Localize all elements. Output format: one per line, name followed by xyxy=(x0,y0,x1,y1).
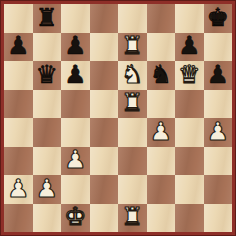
square-d7[interactable] xyxy=(90,33,119,62)
square-f3[interactable] xyxy=(147,147,176,176)
square-b1[interactable] xyxy=(33,204,62,233)
piece-white-pawn-a2[interactable]: ♟ xyxy=(7,176,29,201)
square-b6[interactable]: ♛ xyxy=(33,61,62,90)
square-f4[interactable]: ♟ xyxy=(147,118,176,147)
square-f2[interactable] xyxy=(147,175,176,204)
piece-black-pawn-a7[interactable]: ♟ xyxy=(7,33,29,58)
square-h5[interactable] xyxy=(204,90,233,119)
piece-black-queen-b6[interactable]: ♛ xyxy=(36,62,58,87)
square-h2[interactable] xyxy=(204,175,233,204)
square-c5[interactable] xyxy=(61,90,90,119)
square-a2[interactable]: ♟ xyxy=(4,175,33,204)
square-b2[interactable]: ♟ xyxy=(33,175,62,204)
square-f1[interactable] xyxy=(147,204,176,233)
square-h6[interactable]: ♟ xyxy=(204,61,233,90)
piece-white-pawn-f4[interactable]: ♟ xyxy=(150,119,172,144)
square-b8[interactable]: ♜ xyxy=(33,4,62,33)
square-c6[interactable]: ♟ xyxy=(61,61,90,90)
square-h1[interactable] xyxy=(204,204,233,233)
square-c8[interactable] xyxy=(61,4,90,33)
square-d4[interactable] xyxy=(90,118,119,147)
square-b3[interactable] xyxy=(33,147,62,176)
piece-black-king-h8[interactable]: ♚ xyxy=(207,5,229,30)
square-f6[interactable]: ♞ xyxy=(147,61,176,90)
square-g8[interactable] xyxy=(175,4,204,33)
square-g6[interactable]: ♛ xyxy=(175,61,204,90)
square-g2[interactable] xyxy=(175,175,204,204)
square-g5[interactable] xyxy=(175,90,204,119)
square-a7[interactable]: ♟ xyxy=(4,33,33,62)
piece-white-queen-g6[interactable]: ♛ xyxy=(178,62,200,87)
square-f8[interactable] xyxy=(147,4,176,33)
piece-white-rook-e7[interactable]: ♜ xyxy=(121,33,143,58)
square-d6[interactable] xyxy=(90,61,119,90)
square-f5[interactable] xyxy=(147,90,176,119)
square-g3[interactable] xyxy=(175,147,204,176)
square-e5[interactable]: ♜ xyxy=(118,90,147,119)
square-c1[interactable]: ♚ xyxy=(61,204,90,233)
square-e7[interactable]: ♜ xyxy=(118,33,147,62)
square-g7[interactable]: ♟ xyxy=(175,33,204,62)
square-a3[interactable] xyxy=(4,147,33,176)
square-g4[interactable] xyxy=(175,118,204,147)
square-e6[interactable]: ♞ xyxy=(118,61,147,90)
square-b5[interactable] xyxy=(33,90,62,119)
square-e4[interactable] xyxy=(118,118,147,147)
square-a6[interactable] xyxy=(4,61,33,90)
square-e8[interactable] xyxy=(118,4,147,33)
square-h4[interactable]: ♟ xyxy=(204,118,233,147)
piece-white-pawn-b2[interactable]: ♟ xyxy=(36,176,58,201)
piece-black-pawn-g7[interactable]: ♟ xyxy=(178,33,200,58)
piece-white-knight-e6[interactable]: ♞ xyxy=(121,62,143,87)
square-h7[interactable] xyxy=(204,33,233,62)
square-a8[interactable] xyxy=(4,4,33,33)
chess-board-frame: ♜♚♟♟♜♟♛♟♞♞♛♟♜♟♟♟♟♟♚♜ xyxy=(0,0,236,236)
piece-white-rook-e5[interactable]: ♜ xyxy=(121,90,143,115)
square-h8[interactable]: ♚ xyxy=(204,4,233,33)
piece-white-king-c1[interactable]: ♚ xyxy=(64,204,86,229)
square-h3[interactable] xyxy=(204,147,233,176)
square-d8[interactable] xyxy=(90,4,119,33)
piece-white-rook-e1[interactable]: ♜ xyxy=(121,204,143,229)
piece-black-pawn-c6[interactable]: ♟ xyxy=(64,62,86,87)
piece-white-pawn-h4[interactable]: ♟ xyxy=(207,119,229,144)
square-d2[interactable] xyxy=(90,175,119,204)
piece-black-knight-f6[interactable]: ♞ xyxy=(150,62,172,87)
square-a1[interactable] xyxy=(4,204,33,233)
square-d1[interactable] xyxy=(90,204,119,233)
square-b4[interactable] xyxy=(33,118,62,147)
piece-black-rook-b8[interactable]: ♜ xyxy=(36,5,58,30)
square-b7[interactable] xyxy=(33,33,62,62)
square-a4[interactable] xyxy=(4,118,33,147)
square-c7[interactable]: ♟ xyxy=(61,33,90,62)
square-c2[interactable] xyxy=(61,175,90,204)
square-d3[interactable] xyxy=(90,147,119,176)
square-g1[interactable] xyxy=(175,204,204,233)
square-e2[interactable] xyxy=(118,175,147,204)
square-e1[interactable]: ♜ xyxy=(118,204,147,233)
piece-black-pawn-h6[interactable]: ♟ xyxy=(207,62,229,87)
square-e3[interactable] xyxy=(118,147,147,176)
piece-black-pawn-c7[interactable]: ♟ xyxy=(64,33,86,58)
piece-white-pawn-c3[interactable]: ♟ xyxy=(64,147,86,172)
square-c4[interactable] xyxy=(61,118,90,147)
square-d5[interactable] xyxy=(90,90,119,119)
square-f7[interactable] xyxy=(147,33,176,62)
square-c3[interactable]: ♟ xyxy=(61,147,90,176)
chess-board: ♜♚♟♟♜♟♛♟♞♞♛♟♜♟♟♟♟♟♚♜ xyxy=(4,4,232,232)
square-a5[interactable] xyxy=(4,90,33,119)
